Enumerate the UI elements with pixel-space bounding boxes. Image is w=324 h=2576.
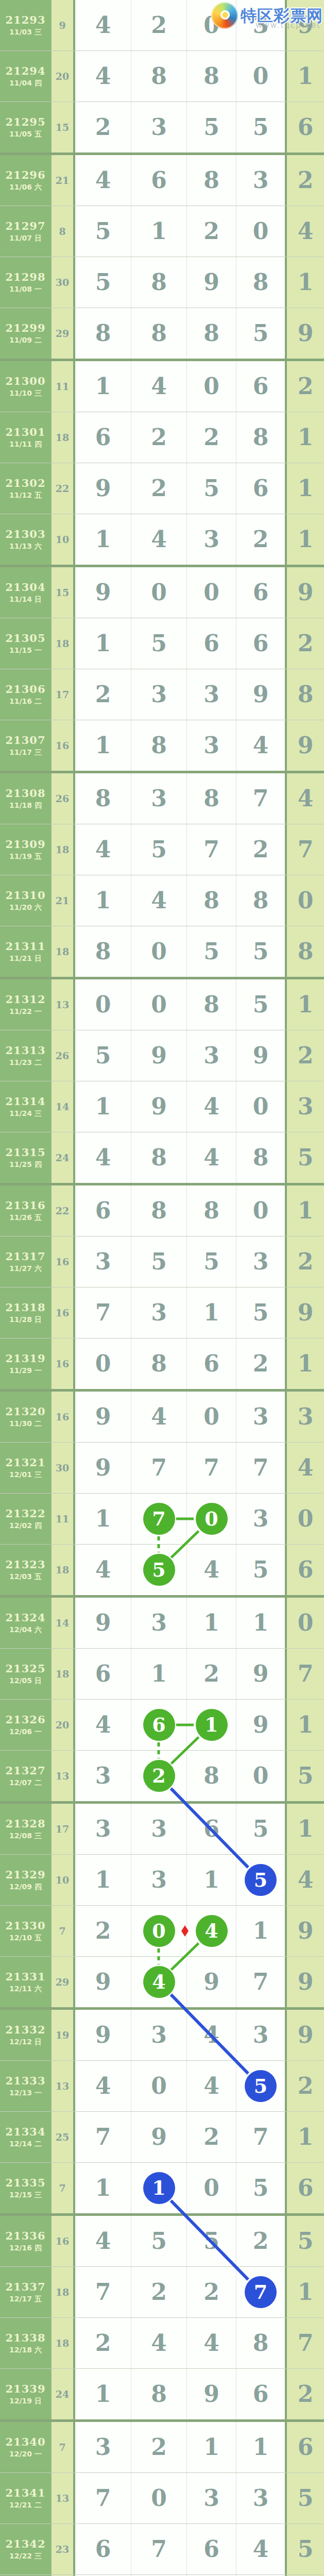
period-cell: 2129511/05 五 [0, 102, 52, 152]
digit: 8 [95, 940, 111, 963]
digit-cell: 1 [131, 1649, 186, 1699]
extra-cell: 9 [285, 2010, 324, 2060]
digit-cell: 4 [75, 0, 131, 50]
extra-digit: 1 [298, 2281, 314, 2303]
digit-cell: 8 [236, 257, 285, 308]
digit: 3 [253, 2487, 269, 2510]
digit-cell: 1 [186, 1855, 236, 1905]
sum-value: 11 [56, 1513, 69, 1524]
digit-cell: 9 [186, 1957, 236, 2007]
sum-cell: 29 [52, 308, 75, 359]
digit: 2 [203, 1663, 219, 1685]
digit-cell: 1 [236, 1598, 285, 1648]
digit: 5 [253, 1301, 269, 1324]
sum-cell: 19 [52, 2010, 75, 2060]
extra-cell: 9 [285, 1957, 324, 2007]
period-cell: 2131011/20 六 [0, 875, 52, 926]
sum-cell: 29 [52, 1957, 75, 2007]
table-row: 2131911/29 一1608621 [0, 1338, 324, 1392]
table-row: 2130211/12 五2292561 [0, 463, 324, 514]
period-number: 21315 [5, 1146, 45, 1159]
sum-value: 7 [59, 2442, 65, 2453]
digit-cell: 3 [186, 2473, 236, 2523]
digit: 2 [95, 116, 111, 139]
sum-value: 7 [59, 1925, 65, 1937]
table-row: 2132712/07 二1332805 [0, 1751, 324, 1804]
extra-digit: 1 [298, 2126, 314, 2148]
draw-date: 11/13 六 [9, 542, 42, 551]
sum-value: 7 [59, 2182, 65, 2194]
digit-cell: 0 [131, 926, 186, 977]
circled-digit: 2 [143, 1760, 175, 1792]
period-cell: 2133312/13 一 [0, 2061, 52, 2111]
extra-digit: 1 [298, 271, 314, 294]
sum-value: 18 [56, 2337, 69, 2349]
extra-cell: 4 [285, 1443, 324, 1493]
digit: 4 [151, 2332, 167, 2354]
draw-date: 12/01 三 [9, 1470, 42, 1480]
sum-cell: 23 [52, 2524, 75, 2574]
sum-cell: 17 [52, 669, 75, 720]
period-number: 21310 [5, 889, 45, 902]
table-row: 2129811/08 一3058981 [0, 257, 324, 308]
digit-cell: 4 [131, 514, 186, 565]
digit-cell: 2 [131, 463, 186, 514]
digit: 4 [203, 1146, 219, 1169]
table-row: 2134012/20 一732116 [0, 2422, 324, 2473]
digit-cell: 2 [75, 669, 131, 720]
period-cell: 2131711/27 六 [0, 1236, 52, 1287]
sum-value: 24 [56, 1152, 69, 1163]
digit-cell: 1 [75, 1494, 131, 1544]
digit-cell: 7 [131, 2524, 186, 2574]
digit: 6 [253, 477, 269, 500]
digit-cell: 3 [131, 1287, 186, 1338]
digit-cell: 4 [131, 875, 186, 926]
digit: 1 [95, 734, 111, 757]
period-number: 21312 [5, 993, 45, 1006]
draw-date: 12/08 三 [9, 1832, 42, 1841]
digit: 3 [151, 116, 167, 139]
digit: 6 [203, 1352, 219, 1375]
digit: 8 [95, 322, 111, 345]
extra-cell: 5 [285, 2473, 324, 2523]
sum-value: 10 [56, 1874, 69, 1886]
digit-cell: 2 [236, 514, 285, 565]
digit-cell: 5 [131, 1545, 186, 1595]
extra-digit: 4 [298, 787, 314, 810]
digit-cell: 6 [186, 618, 236, 669]
sum-value: 30 [56, 1462, 69, 1473]
digit-cell: 2 [131, 2267, 186, 2317]
digit-cell: 4 [186, 1906, 236, 1956]
logo-swirl-icon [211, 2, 238, 29]
extra-digit: 9 [298, 1301, 314, 1324]
sum-cell: 18 [52, 2267, 75, 2317]
digit-cell: 7 [186, 824, 236, 875]
digit-cell: 0 [131, 1906, 186, 1956]
period-number: 21335 [5, 2176, 45, 2189]
digit: 1 [203, 1612, 219, 1634]
digit-cell: 8 [186, 979, 236, 1030]
digit: 3 [253, 1507, 269, 1530]
digit: 8 [203, 993, 219, 1016]
digit: 5 [151, 632, 167, 655]
digit: 8 [253, 426, 269, 449]
sum-cell: 26 [52, 773, 75, 824]
digit-cell: 1 [75, 720, 131, 771]
digit-cell: 8 [186, 155, 236, 206]
extra-cell: 1 [285, 51, 324, 101]
sum-cell: 30 [52, 1443, 75, 1493]
digit: 4 [253, 2538, 269, 2561]
digit: 3 [151, 683, 167, 706]
digit-cell: 4 [186, 1132, 236, 1183]
digit: 1 [203, 1869, 219, 1891]
digit-cell: 2 [75, 2318, 131, 2368]
sum-value: 13 [56, 2493, 69, 2504]
digit-cell: 3 [75, 2422, 131, 2472]
extra-digit: 4 [298, 1456, 314, 1479]
draw-date: 11/06 六 [9, 183, 42, 192]
extra-cell: 9 [285, 720, 324, 771]
period-number: 21342 [5, 2537, 45, 2550]
digit: 5 [203, 940, 219, 963]
digit-cell: 3 [131, 102, 186, 152]
digit-cell: 2 [186, 412, 236, 463]
digit: 1 [203, 2436, 219, 2459]
extra-digit: 1 [298, 1714, 314, 1736]
digit: 4 [203, 2075, 219, 2097]
table-row: 2134212/22 三2367645 [0, 2524, 324, 2575]
digit-cell: 0 [236, 1081, 285, 1132]
digit: 5 [151, 2230, 167, 2252]
sum-value: 21 [56, 895, 69, 906]
table-row: 2133812/18 六1824487 [0, 2318, 324, 2369]
digit-cell: 4 [186, 2010, 236, 2060]
sum-value: 18 [56, 946, 69, 957]
period-number: 21306 [5, 683, 45, 696]
digit-cell: 2 [236, 824, 285, 875]
digit: 3 [203, 528, 219, 551]
digit: 3 [253, 1250, 269, 1273]
period-number: 21311 [5, 940, 45, 953]
period-cell: 2132812/08 三 [0, 1804, 52, 1854]
digit-cell: 4 [186, 2061, 236, 2111]
digit-cell: 9 [131, 1030, 186, 1081]
digit-cell: 5 [131, 618, 186, 669]
table-row: 2130711/17 三1618349 [0, 720, 324, 773]
digit: 5 [253, 1818, 269, 1840]
digit-cell: 2 [75, 102, 131, 152]
digit-cell: 4 [131, 361, 186, 412]
digit: 7 [95, 2126, 111, 2148]
digit-cell: 8 [236, 875, 285, 926]
period-cell: 2129911/09 二 [0, 308, 52, 359]
digit: 9 [253, 1044, 269, 1067]
digit-cell: 6 [236, 2369, 285, 2419]
extra-digit: 2 [298, 1250, 314, 1273]
digit-cell: 5 [131, 824, 186, 875]
digit: 7 [95, 2487, 111, 2510]
sum-value: 16 [56, 1307, 69, 1318]
extra-cell: 1 [285, 257, 324, 308]
sum-value: 18 [56, 1668, 69, 1680]
draw-date: 11/25 四 [9, 1160, 42, 1170]
sum-cell: 22 [52, 463, 75, 514]
table-row: 2132312/03 五1845456 [0, 1545, 324, 1598]
digit-cell: 4 [131, 1957, 186, 2007]
extra-digit: 5 [298, 1765, 314, 1787]
digit: 8 [253, 1146, 269, 1169]
sum-cell: 18 [52, 824, 75, 875]
digit: 4 [151, 889, 167, 912]
period-number: 21299 [5, 321, 45, 334]
period-number: 21307 [5, 734, 45, 747]
sum-value: 19 [56, 2029, 69, 2041]
digit: 3 [151, 1818, 167, 1840]
table-row: 2133212/12 日1993439 [0, 2010, 324, 2061]
extra-cell: 0 [285, 1494, 324, 1544]
digit: 2 [253, 1352, 269, 1375]
digit: 2 [203, 2281, 219, 2303]
sum-cell: 18 [52, 412, 75, 463]
period-cell: 2131411/24 三 [0, 1081, 52, 1132]
digit-cell: 3 [75, 1751, 131, 1801]
sum-cell: 16 [52, 1236, 75, 1287]
extra-cell: 1 [285, 2112, 324, 2162]
digit-cell: 5 [75, 1030, 131, 1081]
period-cell: 2130111/11 四 [0, 412, 52, 463]
digit: 9 [253, 1663, 269, 1685]
period-number: 21303 [5, 528, 45, 540]
digit-cell: 8 [131, 2369, 186, 2419]
sum-value: 18 [56, 432, 69, 443]
sum-value: 14 [56, 1617, 69, 1629]
sum-value: 22 [56, 483, 69, 494]
sum-cell: 22 [52, 1185, 75, 1236]
table-row: 2132112/01 三3097774 [0, 1443, 324, 1494]
sum-cell: 16 [52, 1338, 75, 1389]
table-row: 2133012/10 五720419 [0, 1906, 324, 1957]
digit: 8 [151, 322, 167, 345]
sum-cell: 21 [52, 875, 75, 926]
draw-date: 12/13 一 [9, 2089, 42, 2098]
digit-cell: 8 [131, 720, 186, 771]
sum-cell: 14 [52, 1081, 75, 1132]
digit-cell: 5 [236, 2163, 285, 2213]
digit: 0 [203, 2177, 219, 2199]
sum-value: 9 [59, 20, 65, 31]
digit-cell: 5 [75, 257, 131, 308]
digit: 8 [253, 271, 269, 294]
extra-digit: 6 [298, 116, 314, 139]
digit-cell: 3 [75, 1804, 131, 1854]
digit: 3 [151, 1612, 167, 1634]
digit: 9 [95, 1405, 111, 1428]
digit: 3 [95, 2436, 111, 2459]
digit: 3 [151, 787, 167, 810]
period-cell: 2132612/06 一 [0, 1700, 52, 1750]
extra-cell: 2 [285, 1236, 324, 1287]
table-row: 2131411/24 三1419403 [0, 1081, 324, 1132]
sum-cell: 13 [52, 2061, 75, 2111]
digit-cell: 5 [186, 102, 236, 152]
digit: 9 [95, 1971, 111, 1993]
digit: 1 [95, 528, 111, 551]
draw-date: 12/22 三 [9, 2552, 42, 2561]
digit: 3 [95, 1250, 111, 1273]
extra-cell: 2 [285, 155, 324, 206]
period-number: 21334 [5, 2125, 45, 2138]
sum-cell: 11 [52, 1494, 75, 1544]
table-row: 2131611/26 五2268801 [0, 1185, 324, 1236]
draw-date: 11/21 日 [9, 954, 42, 963]
period-cell: 2129411/04 四 [0, 51, 52, 101]
draw-date: 11/08 一 [9, 285, 42, 294]
extra-cell: 8 [285, 669, 324, 720]
digit: 6 [95, 1663, 111, 1685]
draw-date: 11/17 三 [9, 748, 42, 757]
digit: 5 [253, 322, 269, 345]
sum-value: 17 [56, 1823, 69, 1835]
extra-cell: 6 [285, 2422, 324, 2472]
digit-cell: 4 [75, 1545, 131, 1595]
period-cell: 2133412/14 二 [0, 2112, 52, 2162]
digit: 7 [203, 1456, 219, 1479]
extra-digit: 3 [298, 1095, 314, 1118]
sum-cell: 18 [52, 2318, 75, 2368]
digit: 2 [253, 528, 269, 551]
draw-date: 12/03 五 [9, 1572, 42, 1582]
sum-cell: 16 [52, 1392, 75, 1442]
sum-value: 8 [59, 226, 65, 237]
sum-value: 23 [56, 2544, 69, 2555]
sum-value: 20 [56, 1719, 69, 1731]
digit: 4 [203, 1095, 219, 1118]
period-cell: 2131211/22 一 [0, 979, 52, 1030]
table-row: 2133412/14 二2579271 [0, 2112, 324, 2163]
circled-digit: 4 [143, 1966, 175, 1998]
digit: 9 [203, 1971, 219, 1993]
circled-digit: 5 [143, 1554, 175, 1586]
digit: 9 [95, 581, 111, 604]
table-row: 2133912/19 日2418962 [0, 2369, 324, 2422]
period-cell: 2130411/14 日 [0, 567, 52, 618]
digit-cell: 4 [186, 1081, 236, 1132]
digit: 8 [151, 2383, 167, 2405]
digit-cell: 0 [236, 206, 285, 257]
sum-value: 18 [56, 638, 69, 649]
period-cell: 2134012/20 一 [0, 2422, 52, 2472]
extra-cell: 2 [285, 2061, 324, 2111]
table-row: 2129711/07 日851204 [0, 206, 324, 257]
period-cell: 2132712/07 二 [0, 1751, 52, 1801]
extra-digit: 2 [298, 169, 314, 192]
digit-cell: 5 [131, 1236, 186, 1287]
digit: 2 [151, 2281, 167, 2303]
period-number: 21300 [5, 375, 45, 387]
circled-digit: 0 [196, 1503, 228, 1535]
digit-cell: 9 [131, 2112, 186, 2162]
digit: 4 [95, 838, 111, 861]
digit: 8 [203, 322, 219, 345]
period-number: 21321 [5, 1456, 45, 1469]
extra-cell: 1 [285, 2267, 324, 2317]
circled-digit: 4 [196, 1915, 228, 1947]
sum-cell: 10 [52, 514, 75, 565]
extra-digit: 1 [298, 477, 314, 500]
extra-digit: 1 [298, 426, 314, 449]
sum-cell: 20 [52, 51, 75, 101]
extra-digit: 4 [298, 1869, 314, 1891]
digit-cell: 9 [75, 1957, 131, 2007]
digit-cell: 5 [236, 2061, 285, 2111]
digit: 1 [95, 1095, 111, 1118]
digit: 2 [203, 426, 219, 449]
sum-cell: 18 [52, 1545, 75, 1595]
digit-cell: 7 [236, 2267, 285, 2317]
extra-cell: 0 [285, 1598, 324, 1648]
extra-digit: 2 [298, 2383, 314, 2405]
period-number: 21330 [5, 1919, 45, 1932]
digit: 3 [151, 1869, 167, 1891]
digit-cell: 5 [186, 1236, 236, 1287]
digit: 3 [95, 1818, 111, 1840]
extra-cell: 4 [285, 206, 324, 257]
draw-date: 11/09 二 [9, 336, 42, 345]
digit-cell: 4 [75, 824, 131, 875]
digit-cell: 3 [236, 155, 285, 206]
circled-digit: 1 [196, 1709, 228, 1741]
digit-cell: 8 [131, 1132, 186, 1183]
extra-digit: 7 [298, 1663, 314, 1685]
digit: 9 [95, 477, 111, 500]
digit-cell: 4 [75, 1132, 131, 1183]
digit: 3 [151, 2024, 167, 2046]
extra-digit: 1 [298, 993, 314, 1016]
period-number: 21323 [5, 1558, 45, 1571]
draw-date: 11/07 日 [9, 234, 42, 243]
table-row: 2131811/28 日1673159 [0, 1287, 324, 1338]
digit-cell: 4 [186, 1545, 236, 1595]
extra-digit: 2 [298, 2075, 314, 2097]
sum-value: 30 [56, 277, 69, 288]
digit-cell: 1 [131, 2163, 186, 2213]
draw-date: 12/17 五 [9, 2295, 42, 2304]
digit-cell: 6 [186, 2524, 236, 2574]
sum-value: 18 [56, 1564, 69, 1575]
digit: 4 [203, 2024, 219, 2046]
sum-value: 14 [56, 1101, 69, 1112]
extra-digit: 1 [298, 1199, 314, 1222]
digit: 1 [95, 375, 111, 398]
digit-cell: 7 [186, 1443, 236, 1493]
digit: 2 [253, 2230, 269, 2252]
digit-cell: 2 [186, 2112, 236, 2162]
table-row: 2131311/23 二2659392 [0, 1030, 324, 1081]
period-number: 21295 [5, 115, 45, 128]
extra-digit: 7 [298, 838, 314, 861]
period-cell: 2134112/21 二 [0, 2473, 52, 2523]
digit: 4 [151, 528, 167, 551]
digit-cell: 6 [131, 1700, 186, 1750]
digit: 9 [253, 1714, 269, 1736]
extra-digit: 2 [298, 375, 314, 398]
sum-value: 20 [56, 71, 69, 82]
digit: 0 [151, 993, 167, 1016]
period-cell: 2132011/30 二 [0, 1392, 52, 1442]
